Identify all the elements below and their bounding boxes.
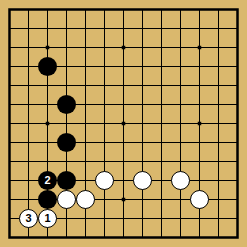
stone-white-b2-move-3: 3 — [19, 209, 38, 228]
stone-white-f4 — [95, 171, 114, 190]
stone-white-h4 — [133, 171, 152, 190]
go-board[interactable]: 231 — [0, 0, 247, 247]
stone-white-e3 — [76, 190, 95, 209]
stone-black-d4 — [57, 171, 76, 190]
stone-white-c2-move-1: 1 — [38, 209, 57, 228]
stone-black-d6 — [57, 133, 76, 152]
stone-black-c3 — [38, 190, 57, 209]
go-diagram: 231 — [0, 0, 247, 247]
stone-white-l3 — [190, 190, 209, 209]
stone-white-k4 — [171, 171, 190, 190]
stone-white-d3 — [57, 190, 76, 209]
stone-black-c10 — [38, 57, 57, 76]
stones-layer: 231 — [0, 0, 247, 247]
stone-black-c4-move-2: 2 — [38, 171, 57, 190]
stone-black-d8 — [57, 95, 76, 114]
